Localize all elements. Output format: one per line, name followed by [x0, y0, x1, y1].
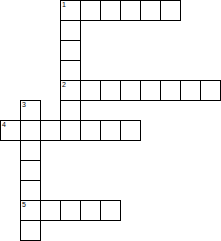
- crossword-cell[interactable]: [160, 0, 181, 21]
- crossword-cell[interactable]: [100, 120, 121, 141]
- crossword-cell[interactable]: [20, 120, 41, 141]
- crossword-cell[interactable]: [200, 80, 221, 101]
- crossword-cell[interactable]: 4: [0, 120, 21, 141]
- crossword-cell[interactable]: [60, 200, 81, 221]
- crossword-cell[interactable]: [60, 120, 81, 141]
- crossword-board: 12345: [0, 0, 221, 241]
- crossword-cell[interactable]: [80, 0, 101, 21]
- crossword-cell[interactable]: [120, 120, 141, 141]
- crossword-cell[interactable]: [40, 200, 61, 221]
- crossword-cell[interactable]: [20, 180, 41, 201]
- crossword-cell[interactable]: [60, 100, 81, 121]
- crossword-cell[interactable]: [140, 0, 161, 21]
- crossword-cell[interactable]: 2: [60, 80, 81, 101]
- clue-number: 5: [22, 201, 26, 209]
- clue-number: 4: [2, 121, 6, 129]
- crossword-cell[interactable]: [80, 120, 101, 141]
- crossword-cell[interactable]: [80, 80, 101, 101]
- crossword-cell[interactable]: [120, 0, 141, 21]
- crossword-cell[interactable]: [160, 80, 181, 101]
- clue-number: 1: [62, 1, 66, 9]
- crossword-cell[interactable]: [100, 80, 121, 101]
- crossword-cell[interactable]: 1: [60, 0, 81, 21]
- crossword-cell[interactable]: [60, 40, 81, 61]
- crossword-cell[interactable]: [20, 220, 41, 241]
- crossword-cell[interactable]: [80, 200, 101, 221]
- crossword-cell[interactable]: [60, 20, 81, 41]
- crossword-cell[interactable]: [20, 160, 41, 181]
- crossword-cell[interactable]: [140, 80, 161, 101]
- clue-number: 2: [62, 81, 66, 89]
- crossword-cell[interactable]: [20, 140, 41, 161]
- crossword-cell[interactable]: [100, 200, 121, 221]
- crossword-cell[interactable]: [60, 60, 81, 81]
- crossword-cell[interactable]: [100, 0, 121, 21]
- crossword-cell[interactable]: [120, 80, 141, 101]
- crossword-cell[interactable]: [40, 120, 61, 141]
- crossword-cell[interactable]: 5: [20, 200, 41, 221]
- clue-number: 3: [22, 101, 26, 109]
- crossword-cell[interactable]: 3: [20, 100, 41, 121]
- crossword-cell[interactable]: [180, 80, 201, 101]
